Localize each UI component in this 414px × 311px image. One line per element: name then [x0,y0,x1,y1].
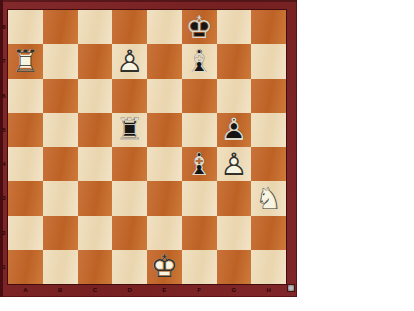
rank-label-3: 3 [0,181,8,215]
square-a4[interactable] [8,147,43,181]
square-e6[interactable] [147,79,182,113]
square-f5[interactable] [182,113,217,147]
square-e8[interactable] [147,10,182,44]
rank-label-8: 8 [0,10,8,44]
square-h3[interactable]: ♞♘ [251,181,286,215]
white-pawn-outline: ♙ [116,46,144,77]
rank-label-2: 2 [0,216,8,250]
white-pawn-outline: ♙ [220,149,248,180]
square-f7[interactable]: ♝♗ [182,44,217,78]
square-h2[interactable] [251,216,286,250]
square-c4[interactable] [78,147,113,181]
square-b1[interactable] [43,250,78,284]
square-a6[interactable] [8,79,43,113]
square-h7[interactable] [251,44,286,78]
square-g7[interactable] [217,44,252,78]
square-g2[interactable] [217,216,252,250]
white-pawn[interactable]: ♟♙ [217,147,252,181]
white-rook[interactable]: ♜♖ [8,44,43,78]
square-h6[interactable] [251,79,286,113]
square-g5[interactable]: ♟♙ [217,113,252,147]
white-rook-glyph: ♜ [11,46,39,77]
square-c2[interactable] [78,216,113,250]
square-a8[interactable] [8,10,43,44]
square-f1[interactable] [182,250,217,284]
square-d4[interactable] [112,147,147,181]
file-label-b: B [43,284,78,296]
square-b4[interactable] [43,147,78,181]
white-rook-outline: ♖ [11,46,39,77]
square-d6[interactable] [112,79,147,113]
square-b2[interactable] [43,216,78,250]
black-rook-outline: ♖ [116,114,144,145]
square-c6[interactable] [78,79,113,113]
black-bishop-outline: ♗ [185,46,213,77]
black-pawn[interactable]: ♟♙ [217,113,252,147]
square-g8[interactable] [217,10,252,44]
square-h5[interactable] [251,113,286,147]
file-label-h: H [251,284,286,296]
rank-label-1: 1 [0,250,8,284]
white-knight-outline: ♘ [255,183,283,214]
square-a5[interactable] [8,113,43,147]
square-e7[interactable] [147,44,182,78]
white-king-glyph: ♚ [150,251,178,282]
square-g1[interactable] [217,250,252,284]
square-d1[interactable] [112,250,147,284]
black-bishop-glyph: ♝ [185,149,213,180]
white-knight[interactable]: ♞♘ [251,181,286,215]
square-e2[interactable] [147,216,182,250]
black-pawn-glyph: ♟ [220,114,248,145]
square-h1[interactable] [251,250,286,284]
white-king[interactable]: ♚♔ [147,250,182,284]
square-a3[interactable] [8,181,43,215]
rank-label-5: 5 [0,113,8,147]
square-d5[interactable]: ♜♖ [112,113,147,147]
square-h4[interactable] [251,147,286,181]
square-e4[interactable] [147,147,182,181]
white-pawn[interactable]: ♟♙ [112,44,147,78]
square-c8[interactable] [78,10,113,44]
square-a1[interactable] [8,250,43,284]
square-g4[interactable]: ♟♙ [217,147,252,181]
rank-labels: 87654321 [0,10,8,284]
square-c1[interactable] [78,250,113,284]
rank-label-6: 6 [0,79,8,113]
board-squares: ♚♔♜♖♟♙♝♗♜♖♟♙♝♗♟♙♞♘♚♔ [8,10,286,284]
square-b6[interactable] [43,79,78,113]
black-rook-glyph: ♜ [116,114,144,145]
square-c5[interactable] [78,113,113,147]
square-d2[interactable] [112,216,147,250]
square-e3[interactable] [147,181,182,215]
square-d8[interactable] [112,10,147,44]
square-e5[interactable] [147,113,182,147]
square-d3[interactable] [112,181,147,215]
square-f4[interactable]: ♝♗ [182,147,217,181]
rank-label-4: 4 [0,147,8,181]
square-f2[interactable] [182,216,217,250]
black-king-outline: ♔ [185,12,213,43]
black-bishop[interactable]: ♝♗ [182,147,217,181]
white-pawn-glyph: ♟ [116,46,144,77]
square-b8[interactable] [43,10,78,44]
black-king-glyph: ♚ [185,12,213,43]
square-b7[interactable] [43,44,78,78]
square-f6[interactable] [182,79,217,113]
black-rook[interactable]: ♜♖ [112,113,147,147]
square-b5[interactable] [43,113,78,147]
file-labels: ABCDEFGH [8,284,286,296]
square-h8[interactable] [251,10,286,44]
square-a7[interactable]: ♜♖ [8,44,43,78]
black-bishop-outline: ♗ [185,149,213,180]
file-label-e: E [147,284,182,296]
file-label-d: D [112,284,147,296]
board-frame: ♚♔♜♖♟♙♝♗♜♖♟♙♝♗♟♙♞♘♚♔ 87654321 ABCDEFGH [0,0,297,297]
black-pawn-outline: ♙ [220,114,248,145]
square-f8[interactable]: ♚♔ [182,10,217,44]
file-label-a: A [8,284,43,296]
white-pawn-glyph: ♟ [220,149,248,180]
white-knight-glyph: ♞ [255,183,283,214]
square-e1[interactable]: ♚♔ [147,250,182,284]
chess-app-canvas: ♚♔♜♖♟♙♝♗♜♖♟♙♝♗♟♙♞♘♚♔ 87654321 ABCDEFGH [0,0,414,311]
square-c3[interactable] [78,181,113,215]
file-label-f: F [182,284,217,296]
black-bishop-glyph: ♝ [185,46,213,77]
square-g3[interactable] [217,181,252,215]
square-b3[interactable] [43,181,78,215]
square-d7[interactable]: ♟♙ [112,44,147,78]
square-f3[interactable] [182,181,217,215]
resize-grip-icon [287,284,295,292]
file-label-c: C [78,284,113,296]
black-bishop[interactable]: ♝♗ [182,44,217,78]
black-king[interactable]: ♚♔ [182,10,217,44]
square-g6[interactable] [217,79,252,113]
white-king-outline: ♔ [150,251,178,282]
rank-label-7: 7 [0,44,8,78]
square-a2[interactable] [8,216,43,250]
file-label-g: G [217,284,252,296]
square-c7[interactable] [78,44,113,78]
